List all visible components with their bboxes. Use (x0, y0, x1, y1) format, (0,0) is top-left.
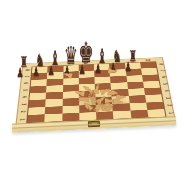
dark-piece-pawn: ♟ (32, 65, 39, 78)
dark-piece-pawn: ♟ (124, 60, 131, 73)
pieces-layer: ♜♞♝♛♚♝♞♜♟♟♟♟♟♟♟♟♟♟♟♝♟♟♞♟♜♛♟♟♟♞♜♚ (0, 0, 190, 190)
dark-piece-pawn: ♟ (47, 64, 54, 77)
dark-piece-pawn: ♟ (78, 63, 85, 76)
chess-set-photo: AABBCCDDEEFFGGHH8877665544332211 ♜♞♝♛♚♝♞… (0, 0, 190, 190)
dark-piece-pawn: ♟ (94, 62, 101, 75)
light-piece-pawn: ♟ (106, 67, 118, 75)
dark-piece-pawn: ♟ (16, 66, 23, 79)
light-piece-pawn: ♟ (61, 70, 74, 80)
